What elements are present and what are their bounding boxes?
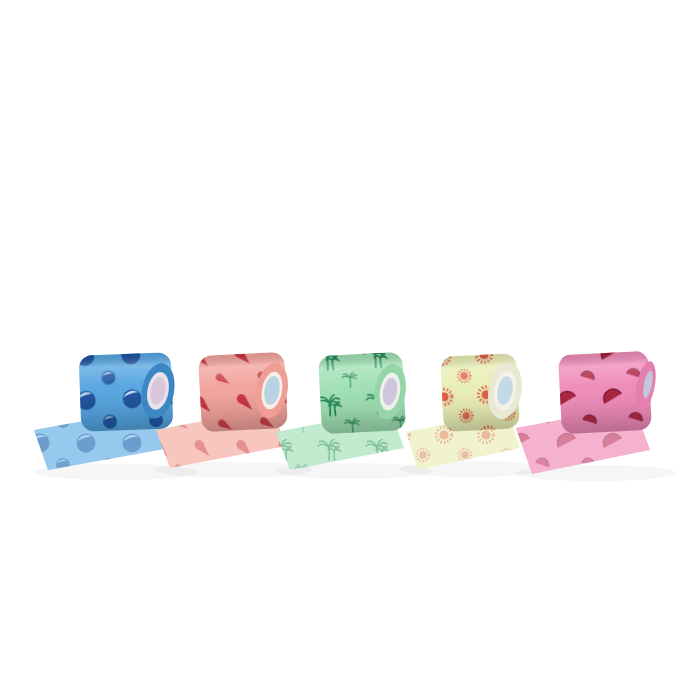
product-photo-canvas bbox=[0, 0, 700, 700]
roll-cylinder bbox=[558, 350, 663, 434]
bandage-roll-pink bbox=[508, 344, 700, 494]
